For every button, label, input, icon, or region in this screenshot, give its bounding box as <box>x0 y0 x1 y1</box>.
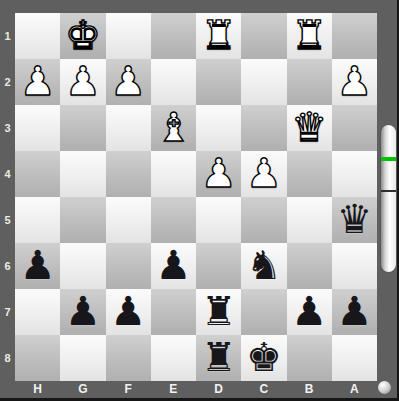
square-f4[interactable] <box>106 151 151 197</box>
square-b2[interactable] <box>287 59 332 105</box>
square-e7[interactable] <box>151 289 196 335</box>
rank-label-6: 6 <box>0 243 15 289</box>
square-h4[interactable] <box>15 151 60 197</box>
square-b7[interactable]: ♟ <box>287 289 332 335</box>
square-d5[interactable] <box>196 197 241 243</box>
square-c3[interactable] <box>241 105 286 151</box>
square-a1[interactable] <box>332 13 377 59</box>
file-label-h: H <box>15 383 60 398</box>
square-c8[interactable]: ♚ <box>241 335 286 381</box>
rank-label-4: 4 <box>0 151 15 197</box>
square-c6[interactable]: ♞ <box>241 243 286 289</box>
square-g7[interactable]: ♟ <box>60 289 105 335</box>
black-pawn: ♟ <box>291 291 327 331</box>
rank-label-8: 8 <box>0 335 15 381</box>
black-queen: ♛ <box>336 199 372 239</box>
rank-label-2: 2 <box>0 59 15 105</box>
black-pawn: ♟ <box>20 245 56 285</box>
black-king: ♚ <box>246 337 282 377</box>
square-c2[interactable] <box>241 59 286 105</box>
square-f8[interactable] <box>106 335 151 381</box>
square-h2[interactable]: ♟ <box>15 59 60 105</box>
square-a3[interactable] <box>332 105 377 151</box>
square-f7[interactable]: ♟ <box>106 289 151 335</box>
square-b4[interactable] <box>287 151 332 197</box>
file-label-c: C <box>241 383 286 398</box>
square-d2[interactable] <box>196 59 241 105</box>
square-d7[interactable]: ♜ <box>196 289 241 335</box>
black-rook: ♜ <box>201 291 237 331</box>
square-e8[interactable] <box>151 335 196 381</box>
corner-ball-button[interactable] <box>378 381 391 394</box>
file-label-g: G <box>60 383 105 398</box>
white-rook: ♜ <box>201 15 237 55</box>
square-h5[interactable] <box>15 197 60 243</box>
square-f6[interactable] <box>106 243 151 289</box>
black-pawn: ♟ <box>155 245 191 285</box>
chess-app-window: 12345678 ♚♜♜♟♟♟♟♝♛♟♟♛♟♟♞♟♟♜♟♟♜♚ HGFEDCBA <box>0 0 399 401</box>
scrollbar-divider <box>381 190 396 192</box>
square-e4[interactable] <box>151 151 196 197</box>
square-f2[interactable]: ♟ <box>106 59 151 105</box>
file-label-a: A <box>332 383 377 398</box>
rank-labels: 12345678 <box>0 13 15 381</box>
white-pawn: ♟ <box>65 61 101 101</box>
square-h7[interactable] <box>15 289 60 335</box>
square-f5[interactable] <box>106 197 151 243</box>
square-e3[interactable]: ♝ <box>151 105 196 151</box>
square-g6[interactable] <box>60 243 105 289</box>
square-b6[interactable] <box>287 243 332 289</box>
square-b5[interactable] <box>287 197 332 243</box>
square-d4[interactable]: ♟ <box>196 151 241 197</box>
square-h6[interactable]: ♟ <box>15 243 60 289</box>
square-c7[interactable] <box>241 289 286 335</box>
square-a8[interactable] <box>332 335 377 381</box>
square-f3[interactable] <box>106 105 151 151</box>
square-d6[interactable] <box>196 243 241 289</box>
white-pawn: ♟ <box>201 153 237 193</box>
white-pawn: ♟ <box>246 153 282 193</box>
rank-label-1: 1 <box>0 13 15 59</box>
square-b1[interactable]: ♜ <box>287 13 332 59</box>
rank-label-5: 5 <box>0 197 15 243</box>
black-pawn: ♟ <box>336 291 372 331</box>
white-pawn: ♟ <box>110 61 146 101</box>
square-c5[interactable] <box>241 197 286 243</box>
white-rook: ♜ <box>291 15 327 55</box>
square-a5[interactable]: ♛ <box>332 197 377 243</box>
file-label-d: D <box>196 383 241 398</box>
square-c4[interactable]: ♟ <box>241 151 286 197</box>
square-g8[interactable] <box>60 335 105 381</box>
rank-label-3: 3 <box>0 105 15 151</box>
square-d8[interactable]: ♜ <box>196 335 241 381</box>
white-queen: ♛ <box>291 107 327 147</box>
square-a4[interactable] <box>332 151 377 197</box>
square-c1[interactable] <box>241 13 286 59</box>
square-g3[interactable] <box>60 105 105 151</box>
black-knight: ♞ <box>246 245 282 285</box>
square-g4[interactable] <box>60 151 105 197</box>
square-e5[interactable] <box>151 197 196 243</box>
square-e6[interactable]: ♟ <box>151 243 196 289</box>
square-a7[interactable]: ♟ <box>332 289 377 335</box>
square-e1[interactable] <box>151 13 196 59</box>
square-a2[interactable]: ♟ <box>332 59 377 105</box>
black-pawn: ♟ <box>65 291 101 331</box>
scrollbar-thumb[interactable] <box>381 125 396 272</box>
square-f1[interactable] <box>106 13 151 59</box>
square-g2[interactable]: ♟ <box>60 59 105 105</box>
square-b3[interactable]: ♛ <box>287 105 332 151</box>
file-label-e: E <box>151 383 196 398</box>
square-g5[interactable] <box>60 197 105 243</box>
black-rook: ♜ <box>201 337 237 377</box>
file-label-b: B <box>287 383 332 398</box>
square-h8[interactable] <box>15 335 60 381</box>
square-b8[interactable] <box>287 335 332 381</box>
file-labels: HGFEDCBA <box>15 383 377 398</box>
white-pawn: ♟ <box>336 61 372 101</box>
white-king: ♚ <box>65 15 101 55</box>
square-h1[interactable] <box>15 13 60 59</box>
square-a6[interactable] <box>332 243 377 289</box>
black-pawn: ♟ <box>110 291 146 331</box>
square-h3[interactable] <box>15 105 60 151</box>
file-label-f: F <box>106 383 151 398</box>
chess-board: ♚♜♜♟♟♟♟♝♛♟♟♛♟♟♞♟♟♜♟♟♜♚ <box>15 13 377 381</box>
white-bishop: ♝ <box>155 107 191 147</box>
square-g1[interactable]: ♚ <box>60 13 105 59</box>
square-d3[interactable] <box>196 105 241 151</box>
scrollbar-green-marker <box>381 157 396 161</box>
rank-label-7: 7 <box>0 289 15 335</box>
square-e2[interactable] <box>151 59 196 105</box>
white-pawn: ♟ <box>20 61 56 101</box>
square-d1[interactable]: ♜ <box>196 13 241 59</box>
